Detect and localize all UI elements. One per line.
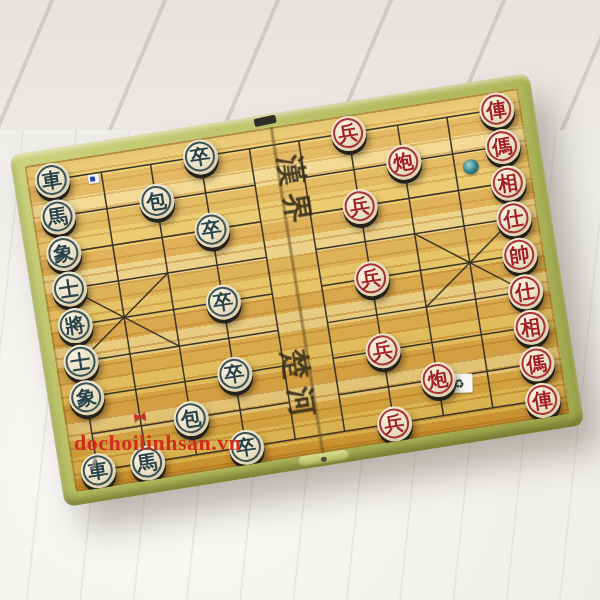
piece-red-兵[interactable]: 兵 xyxy=(340,186,380,226)
piece-red-傌[interactable]: 傌 xyxy=(516,343,556,383)
piece-red-相[interactable]: 相 xyxy=(488,163,528,203)
piece-black-車[interactable]: 車 xyxy=(32,160,72,200)
piece-red-傌[interactable]: 傌 xyxy=(482,126,522,166)
scene: 漢 界 楚 河 ♻ 車卒兵俥馬包炮傌象卒兵相士仕將卒兵帥士仕象卒兵相包炮傌車馬卒… xyxy=(0,0,600,600)
piece-red-炮[interactable]: 炮 xyxy=(418,359,458,399)
piece-black-卒[interactable]: 卒 xyxy=(214,354,254,394)
piece-black-卒[interactable]: 卒 xyxy=(191,210,231,250)
piece-black-士[interactable]: 士 xyxy=(61,342,101,382)
piece-red-帥[interactable]: 帥 xyxy=(499,235,539,275)
piece-black-象[interactable]: 象 xyxy=(43,233,83,273)
piece-black-士[interactable]: 士 xyxy=(49,269,89,309)
piece-red-兵[interactable]: 兵 xyxy=(374,403,414,443)
piece-black-象[interactable]: 象 xyxy=(66,377,106,417)
piece-red-仕[interactable]: 仕 xyxy=(493,198,533,238)
piece-black-卒[interactable]: 卒 xyxy=(203,282,243,322)
piece-red-兵[interactable]: 兵 xyxy=(362,330,402,370)
far-hinge xyxy=(254,115,277,127)
watermark: dochoilinhsan.vn xyxy=(74,430,242,456)
piece-red-俥[interactable]: 俥 xyxy=(522,380,562,420)
piece-red-兵[interactable]: 兵 xyxy=(328,113,368,153)
piece-black-車[interactable]: 車 xyxy=(78,450,118,490)
piece-red-仕[interactable]: 仕 xyxy=(505,271,545,311)
tiny-red-marker xyxy=(133,411,146,423)
piece-red-相[interactable]: 相 xyxy=(511,307,551,347)
piece-red-俥[interactable]: 俥 xyxy=(476,90,516,130)
piece-red-炮[interactable]: 炮 xyxy=(383,142,423,182)
piece-black-包[interactable]: 包 xyxy=(136,181,176,221)
piece-black-馬[interactable]: 馬 xyxy=(38,197,78,237)
piece-black-將[interactable]: 將 xyxy=(55,305,95,345)
piece-black-卒[interactable]: 卒 xyxy=(180,137,220,177)
piece-red-兵[interactable]: 兵 xyxy=(351,258,391,298)
